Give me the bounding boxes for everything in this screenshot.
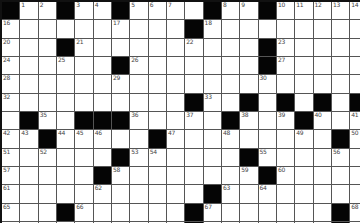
grid-cell[interactable]	[167, 222, 184, 223]
grid-cell[interactable]: 33	[204, 94, 221, 111]
grid-cell[interactable]	[204, 75, 221, 92]
block-cell	[222, 112, 239, 129]
grid-cell[interactable]	[39, 94, 56, 111]
grid-cell[interactable]	[130, 130, 147, 147]
grid-cell[interactable]: 54	[149, 149, 166, 166]
grid-cell[interactable]	[112, 222, 129, 223]
grid-cell[interactable]: 44	[57, 130, 74, 147]
grid-cell[interactable]	[94, 149, 111, 166]
clue-number: 39	[278, 111, 285, 119]
grid-cell[interactable]	[149, 75, 166, 92]
grid-cell[interactable]: 12	[314, 2, 331, 19]
grid-cell[interactable]: 45	[75, 130, 92, 147]
grid-cell[interactable]	[20, 167, 37, 184]
grid-cell[interactable]	[314, 222, 331, 223]
clue-number: 32	[3, 93, 10, 101]
clue-number: 63	[223, 184, 230, 192]
grid-cell[interactable]	[94, 222, 111, 223]
grid-cell[interactable]	[240, 20, 257, 37]
grid-cell[interactable]	[295, 20, 312, 37]
grid-cell[interactable]	[20, 185, 37, 202]
grid-cell[interactable]	[149, 94, 166, 111]
grid-cell[interactable]	[112, 94, 129, 111]
grid-cell[interactable]	[350, 167, 360, 184]
grid-cell[interactable]	[332, 75, 349, 92]
grid-cell[interactable]: 13	[332, 2, 349, 19]
block-cell	[314, 94, 331, 111]
grid-cell[interactable]	[222, 20, 239, 37]
clue-number: 51	[3, 148, 10, 156]
grid-cell[interactable]	[57, 149, 74, 166]
grid-cell[interactable]: 53	[130, 149, 147, 166]
grid-cell[interactable]: 40	[314, 112, 331, 129]
grid-cell[interactable]	[314, 130, 331, 147]
grid-cell[interactable]	[167, 185, 184, 202]
grid-cell[interactable]: 64	[259, 185, 276, 202]
grid-cell[interactable]: 29	[112, 75, 129, 92]
grid-cell[interactable]: 63	[222, 185, 239, 202]
clue-number: 46	[95, 129, 102, 137]
grid-cell[interactable]	[222, 94, 239, 111]
grid-cell[interactable]: 55	[259, 149, 276, 166]
grid-cell[interactable]	[259, 112, 276, 129]
clue-number: 21	[76, 38, 83, 46]
grid-cell[interactable]	[332, 57, 349, 74]
grid-cell[interactable]	[222, 39, 239, 56]
clue-number: 52	[40, 148, 47, 156]
grid-cell[interactable]	[94, 20, 111, 37]
block-cell	[332, 130, 349, 147]
grid-cell[interactable]	[185, 149, 202, 166]
grid-cell[interactable]: 6	[149, 2, 166, 19]
clue-number: 55	[260, 148, 267, 156]
grid-cell[interactable]	[222, 204, 239, 221]
grid-cell[interactable]	[57, 75, 74, 92]
grid-cell[interactable]	[350, 222, 360, 223]
clue-number: 37	[186, 111, 193, 119]
grid-cell[interactable]: 51	[2, 149, 19, 166]
clue-number: 14	[351, 1, 358, 9]
grid-cell[interactable]	[332, 39, 349, 56]
block-cell	[112, 112, 129, 129]
grid-cell[interactable]	[185, 75, 202, 92]
grid-cell[interactable]	[57, 112, 74, 129]
grid-cell[interactable]: 61	[2, 185, 19, 202]
clue-number: 36	[131, 111, 138, 119]
crossword-board: 1234567891011121314161718202122232425262…	[0, 0, 360, 223]
clue-number: 26	[131, 56, 138, 64]
clue-number: 20	[3, 38, 10, 46]
grid-cell[interactable]	[39, 167, 56, 184]
grid-cell[interactable]	[332, 20, 349, 37]
grid-cell[interactable]: 20	[2, 39, 19, 56]
grid-cell[interactable]	[222, 167, 239, 184]
grid-cell[interactable]	[185, 167, 202, 184]
clue-number: 17	[113, 19, 120, 27]
grid-cell[interactable]	[295, 204, 312, 221]
grid-cell[interactable]	[167, 149, 184, 166]
grid-cell[interactable]	[185, 57, 202, 74]
clue-number: 27	[278, 56, 285, 64]
grid-cell[interactable]: 60	[277, 167, 294, 184]
clue-number: 25	[58, 56, 65, 64]
grid-cell[interactable]	[20, 20, 37, 37]
grid-cell[interactable]	[314, 75, 331, 92]
grid-cell[interactable]	[20, 57, 37, 74]
grid-cell[interactable]	[94, 75, 111, 92]
grid-cell[interactable]	[39, 222, 56, 223]
grid-cell[interactable]	[112, 39, 129, 56]
clue-number: 13	[333, 1, 340, 9]
grid-cell[interactable]	[222, 75, 239, 92]
grid-cell[interactable]	[149, 204, 166, 221]
grid-cell[interactable]	[167, 57, 184, 74]
clue-number: 68	[351, 203, 358, 211]
grid-cell[interactable]: 35	[39, 112, 56, 129]
grid-cell[interactable]: 3	[75, 2, 92, 19]
block-cell	[20, 112, 37, 129]
grid-cell[interactable]	[222, 222, 239, 223]
grid-cell[interactable]: 47	[167, 130, 184, 147]
grid-cell[interactable]	[204, 112, 221, 129]
grid-cell[interactable]	[350, 185, 360, 202]
grid-cell[interactable]	[149, 20, 166, 37]
block-cell	[149, 130, 166, 147]
grid-cell[interactable]	[295, 222, 312, 223]
grid-cell[interactable]	[295, 75, 312, 92]
grid-cell[interactable]: 65	[2, 204, 19, 221]
grid-cell[interactable]	[240, 222, 257, 223]
grid-cell[interactable]	[185, 2, 202, 19]
grid-cell[interactable]: 48	[222, 130, 239, 147]
block-cell	[332, 222, 349, 223]
block-cell	[204, 185, 221, 202]
grid-cell[interactable]	[75, 94, 92, 111]
grid-cell[interactable]	[167, 112, 184, 129]
grid-cell[interactable]	[277, 222, 294, 223]
grid-cell[interactable]	[130, 185, 147, 202]
grid-cell[interactable]	[130, 222, 147, 223]
grid-cell[interactable]	[222, 57, 239, 74]
grid-cell[interactable]: 25	[57, 57, 74, 74]
clue-number: 30	[260, 74, 267, 82]
grid-cell[interactable]: 10	[277, 2, 294, 19]
clue-number: 7	[168, 1, 172, 9]
grid-cell[interactable]: 56	[332, 149, 349, 166]
grid-cell[interactable]	[204, 130, 221, 147]
grid-cell[interactable]	[112, 130, 129, 147]
grid-cell[interactable]	[167, 75, 184, 92]
grid-cell[interactable]	[75, 149, 92, 166]
grid-cell[interactable]	[20, 222, 37, 223]
grid-cell[interactable]	[240, 57, 257, 74]
clue-number: 49	[296, 129, 303, 137]
grid-cell[interactable]	[39, 39, 56, 56]
grid-cell[interactable]	[277, 20, 294, 37]
grid-cell[interactable]: 28	[2, 75, 19, 92]
clue-number: 54	[150, 148, 157, 156]
grid-cell[interactable]	[94, 94, 111, 111]
grid-cell[interactable]: 36	[130, 112, 147, 129]
grid-cell[interactable]	[130, 20, 147, 37]
clue-number: 11	[296, 1, 303, 9]
grid-cell[interactable]	[295, 167, 312, 184]
grid-cell[interactable]	[259, 204, 276, 221]
clue-number: 10	[278, 1, 285, 9]
grid-cell[interactable]: 46	[94, 130, 111, 147]
grid-cell[interactable]	[57, 94, 74, 111]
grid-cell[interactable]	[295, 185, 312, 202]
grid-cell[interactable]	[20, 75, 37, 92]
grid-cell[interactable]	[130, 75, 147, 92]
clue-number: 28	[3, 74, 10, 82]
grid-cell[interactable]	[39, 75, 56, 92]
clue-number: 56	[333, 148, 340, 156]
grid-cell[interactable]	[75, 57, 92, 74]
grid-cell[interactable]	[350, 149, 360, 166]
clue-number: 8	[223, 1, 227, 9]
clue-number: 62	[95, 184, 102, 192]
grid-cell[interactable]	[332, 167, 349, 184]
grid-cell[interactable]	[259, 130, 276, 147]
block-cell	[295, 112, 312, 129]
block-cell	[57, 2, 74, 19]
grid-cell[interactable]	[277, 204, 294, 221]
grid-cell[interactable]	[130, 94, 147, 111]
grid-cell[interactable]	[204, 222, 221, 223]
grid-cell[interactable]: 26	[130, 57, 147, 74]
grid-cell[interactable]: 30	[259, 75, 276, 92]
grid-cell[interactable]	[222, 149, 239, 166]
grid-cell[interactable]: 14	[350, 2, 360, 19]
grid-cell[interactable]	[130, 167, 147, 184]
grid-cell[interactable]	[240, 39, 257, 56]
grid-cell[interactable]	[149, 167, 166, 184]
grid-cell[interactable]	[149, 185, 166, 202]
grid-cell[interactable]: 1	[20, 2, 37, 19]
clue-number: 12	[315, 1, 322, 9]
grid-cell[interactable]	[75, 75, 92, 92]
grid-cell[interactable]: 58	[112, 167, 129, 184]
grid-cell[interactable]	[314, 185, 331, 202]
crossword-grid: 1234567891011121314161718202122232425262…	[0, 0, 360, 223]
clue-number: 65	[3, 203, 10, 211]
clue-number: 43	[21, 129, 28, 137]
clue-number: 9	[241, 1, 245, 9]
grid-cell[interactable]	[75, 185, 92, 202]
grid-cell[interactable]	[185, 185, 202, 202]
grid-cell[interactable]	[277, 185, 294, 202]
grid-cell[interactable]: 67	[204, 204, 221, 221]
clue-number: 22	[186, 38, 193, 46]
grid-cell[interactable]	[204, 167, 221, 184]
grid-cell[interactable]	[314, 204, 331, 221]
grid-cell[interactable]	[314, 57, 331, 74]
clue-number: 5	[131, 1, 135, 9]
grid-cell[interactable]: 5	[130, 2, 147, 19]
grid-cell[interactable]	[295, 39, 312, 56]
grid-cell[interactable]: 23	[277, 39, 294, 56]
grid-cell[interactable]	[149, 39, 166, 56]
grid-cell[interactable]	[130, 39, 147, 56]
grid-cell[interactable]	[57, 167, 74, 184]
grid-cell[interactable]	[112, 185, 129, 202]
grid-cell[interactable]: 21	[75, 39, 92, 56]
clue-number: 35	[40, 111, 47, 119]
grid-cell[interactable]: 37	[185, 112, 202, 129]
grid-cell[interactable]	[295, 94, 312, 111]
grid-cell[interactable]: 8	[222, 2, 239, 19]
block-cell	[39, 130, 56, 147]
grid-cell[interactable]	[259, 20, 276, 37]
grid-cell[interactable]	[240, 204, 257, 221]
grid-cell[interactable]	[149, 222, 166, 223]
grid-cell[interactable]: 38	[240, 112, 257, 129]
clue-number: 60	[278, 166, 285, 174]
grid-cell[interactable]	[167, 167, 184, 184]
block-cell	[240, 94, 257, 111]
grid-cell[interactable]	[240, 75, 257, 92]
block-cell	[2, 2, 19, 19]
clue-number: 41	[351, 111, 358, 119]
grid-cell[interactable]	[350, 57, 360, 74]
clue-number: 57	[3, 166, 10, 174]
block-cell	[185, 94, 202, 111]
grid-cell[interactable]	[314, 149, 331, 166]
grid-cell[interactable]: 49	[295, 130, 312, 147]
grid-cell[interactable]	[350, 75, 360, 92]
grid-cell[interactable]: 27	[277, 57, 294, 74]
grid-cell[interactable]	[94, 57, 111, 74]
grid-cell[interactable]	[277, 130, 294, 147]
grid-cell[interactable]: 50	[350, 130, 360, 147]
grid-cell[interactable]: 62	[94, 185, 111, 202]
grid-cell[interactable]	[204, 149, 221, 166]
clue-number: 45	[76, 129, 83, 137]
grid-cell[interactable]: 57	[2, 167, 19, 184]
grid-cell[interactable]: 43	[20, 130, 37, 147]
grid-cell[interactable]	[39, 185, 56, 202]
grid-cell[interactable]	[149, 57, 166, 74]
clue-number: 53	[131, 148, 138, 156]
grid-cell[interactable]	[332, 94, 349, 111]
grid-cell[interactable]: 39	[277, 112, 294, 129]
grid-cell[interactable]: 16	[2, 20, 19, 37]
grid-cell[interactable]	[20, 94, 37, 111]
grid-cell[interactable]: 7	[167, 2, 184, 19]
grid-cell[interactable]	[39, 204, 56, 221]
block-cell	[259, 167, 276, 184]
grid-cell[interactable]	[350, 20, 360, 37]
block-cell	[259, 57, 276, 74]
clue-number: 67	[205, 203, 212, 211]
grid-cell[interactable]	[20, 149, 37, 166]
grid-cell[interactable]	[295, 57, 312, 74]
grid-cell[interactable]	[185, 130, 202, 147]
grid-cell[interactable]	[259, 222, 276, 223]
grid-cell[interactable]	[332, 112, 349, 129]
grid-cell[interactable]	[2, 112, 19, 129]
clue-number: 16	[3, 19, 10, 27]
clue-number: 6	[150, 1, 154, 9]
grid-cell[interactable]	[240, 185, 257, 202]
block-cell	[185, 222, 202, 223]
clue-number: 50	[351, 129, 358, 137]
grid-cell[interactable]: 17	[112, 20, 129, 37]
grid-cell[interactable]: 42	[2, 130, 19, 147]
grid-cell[interactable]	[240, 130, 257, 147]
grid-cell[interactable]	[57, 185, 74, 202]
grid-cell[interactable]: 18	[204, 20, 221, 37]
grid-cell[interactable]	[112, 204, 129, 221]
grid-cell[interactable]	[314, 20, 331, 37]
grid-cell[interactable]	[2, 222, 19, 223]
block-cell	[57, 39, 74, 56]
grid-cell[interactable]	[94, 39, 111, 56]
grid-cell[interactable]: 41	[350, 112, 360, 129]
grid-cell[interactable]: 11	[295, 2, 312, 19]
grid-cell[interactable]: 2	[39, 2, 56, 19]
grid-cell[interactable]	[277, 75, 294, 92]
grid-cell[interactable]	[332, 185, 349, 202]
grid-cell[interactable]	[277, 149, 294, 166]
clue-number: 47	[168, 129, 175, 137]
grid-cell[interactable]: 9	[240, 2, 257, 19]
grid-cell[interactable]: 66	[75, 204, 92, 221]
grid-cell[interactable]	[314, 39, 331, 56]
clue-number: 61	[3, 184, 10, 192]
grid-cell[interactable]: 59	[240, 167, 257, 184]
block-cell	[332, 204, 349, 221]
grid-cell[interactable]	[39, 57, 56, 74]
grid-cell[interactable]	[75, 167, 92, 184]
clue-number: 2	[40, 1, 44, 9]
grid-cell[interactable]	[204, 57, 221, 74]
grid-cell[interactable]	[314, 167, 331, 184]
grid-cell[interactable]	[94, 204, 111, 221]
grid-cell[interactable]: 24	[2, 57, 19, 74]
grid-cell[interactable]	[149, 112, 166, 129]
grid-cell[interactable]: 68	[350, 204, 360, 221]
grid-cell[interactable]	[130, 204, 147, 221]
grid-cell[interactable]	[204, 39, 221, 56]
clue-number: 48	[223, 129, 230, 137]
block-cell	[240, 149, 257, 166]
grid-cell[interactable]	[75, 20, 92, 37]
block-cell	[277, 94, 294, 111]
block-cell	[350, 94, 360, 111]
grid-cell[interactable]	[259, 94, 276, 111]
clue-number: 64	[260, 184, 267, 192]
grid-cell[interactable]	[20, 39, 37, 56]
grid-cell[interactable]	[167, 204, 184, 221]
grid-cell[interactable]	[57, 20, 74, 37]
grid-cell[interactable]	[350, 39, 360, 56]
grid-cell[interactable]: 4	[94, 2, 111, 19]
grid-cell[interactable]	[75, 222, 92, 223]
grid-cell[interactable]: 22	[185, 39, 202, 56]
grid-cell[interactable]	[167, 20, 184, 37]
grid-cell[interactable]: 52	[39, 149, 56, 166]
grid-cell[interactable]	[20, 204, 37, 221]
grid-cell[interactable]	[57, 222, 74, 223]
grid-cell[interactable]	[39, 20, 56, 37]
grid-cell[interactable]: 32	[2, 94, 19, 111]
grid-cell[interactable]	[295, 149, 312, 166]
clue-number: 24	[3, 56, 10, 64]
grid-cell[interactable]	[167, 94, 184, 111]
grid-cell[interactable]	[167, 39, 184, 56]
